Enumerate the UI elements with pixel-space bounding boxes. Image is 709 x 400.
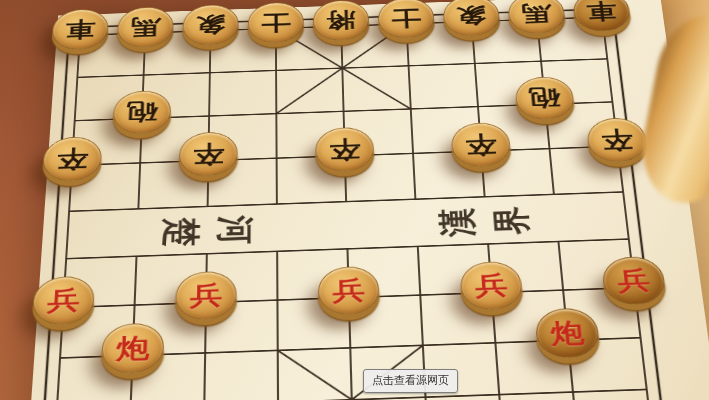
board-cell[interactable]: 炮 [530, 314, 607, 367]
black-piece-砲[interactable]: 砲 [112, 90, 171, 134]
board-cell[interactable]: 車 [46, 14, 114, 58]
black-piece-象[interactable]: 象 [182, 4, 239, 46]
piece-glyph: 卒 [193, 142, 225, 166]
board-cell[interactable] [607, 362, 687, 400]
board-cell[interactable]: 馬 [112, 11, 179, 55]
board-cell[interactable]: 馬 [503, 0, 572, 41]
source-link-button[interactable]: 点击查看源网页 [363, 369, 458, 393]
board-cell[interactable] [458, 316, 534, 370]
red-piece-兵[interactable]: 兵 [175, 271, 237, 321]
board-cell[interactable] [534, 365, 613, 400]
piece-glyph: 象 [196, 14, 226, 36]
black-piece-卒[interactable]: 卒 [450, 122, 512, 167]
red-piece-炮[interactable]: 炮 [534, 307, 601, 358]
board-cell[interactable] [386, 319, 461, 373]
river-char: 河 [208, 214, 259, 245]
piece-glyph: 兵 [46, 287, 80, 314]
board-cell[interactable] [242, 274, 314, 326]
red-piece-兵[interactable]: 兵 [601, 256, 668, 306]
board-cell[interactable] [243, 91, 311, 137]
red-piece-兵[interactable]: 兵 [459, 261, 524, 311]
board-cell[interactable]: 兵 [313, 272, 386, 324]
board-cell[interactable]: 砲 [510, 81, 581, 127]
black-piece-車[interactable]: 車 [51, 8, 109, 50]
board-grid: 車馬象士將士象馬車砲砲卒卒卒卒卒兵兵兵兵兵炮炮 [14, 0, 694, 400]
board-cell[interactable] [176, 50, 243, 95]
piece-glyph: 象 [456, 5, 487, 27]
board-cell[interactable] [513, 125, 586, 172]
board-cell[interactable] [461, 367, 539, 400]
board-cell[interactable]: 卒 [310, 132, 380, 180]
board-cell[interactable] [33, 187, 105, 236]
board-cell[interactable]: 卒 [36, 142, 107, 190]
board-cell[interactable] [375, 44, 443, 89]
board-cell[interactable]: 兵 [596, 262, 673, 314]
piece-glyph: 車 [65, 18, 96, 40]
piece-glyph: 馬 [521, 2, 553, 24]
board-cell[interactable] [572, 37, 643, 82]
board-cell[interactable] [602, 311, 681, 364]
board-cell[interactable] [241, 375, 315, 400]
black-piece-象[interactable]: 象 [442, 0, 501, 37]
black-piece-卒[interactable]: 卒 [315, 127, 375, 173]
board-cell[interactable] [378, 130, 449, 177]
board-cell[interactable]: 士 [243, 7, 309, 51]
piece-glyph: 炮 [116, 334, 150, 361]
board-cell[interactable]: 兵 [454, 267, 529, 319]
piece-glyph: 兵 [332, 277, 365, 304]
board-cell[interactable] [314, 321, 388, 375]
black-piece-馬[interactable]: 馬 [507, 0, 567, 34]
xiangqi-board: 楚 河 漢 界 車馬象士將士象馬車砲砲卒卒卒卒卒兵兵兵兵兵炮炮 [24, 0, 709, 400]
board-cell[interactable] [22, 331, 98, 385]
piece-glyph: 炮 [550, 319, 586, 346]
board-cell[interactable] [311, 177, 382, 226]
board-cell[interactable]: 象 [438, 0, 506, 44]
board-cell[interactable]: 卒 [174, 137, 243, 185]
black-piece-砲[interactable]: 砲 [514, 76, 576, 120]
board-cell[interactable] [242, 135, 311, 183]
red-piece-兵[interactable]: 兵 [31, 276, 95, 326]
photo-scene: 楚 河 漢 界 車馬象士將士象馬車砲砲卒卒卒卒卒兵兵兵兵兵炮炮 点击查看源网页 [0, 0, 709, 400]
black-piece-卒[interactable]: 卒 [179, 131, 238, 177]
board-cell[interactable] [43, 55, 112, 100]
board-cell[interactable] [168, 326, 241, 380]
board-cell[interactable]: 象 [177, 9, 243, 53]
board-cell[interactable]: 卒 [446, 127, 518, 174]
board-cell[interactable] [92, 380, 168, 400]
board-cell[interactable]: 將 [308, 4, 374, 48]
board-cell[interactable]: 士 [373, 2, 440, 46]
black-piece-士[interactable]: 士 [248, 2, 304, 44]
river-label-chu-he: 楚 河 [142, 207, 273, 254]
piece-glyph: 車 [585, 0, 617, 22]
piece-glyph: 士 [261, 11, 291, 33]
piece-glyph: 卒 [56, 147, 89, 171]
board-cell[interactable]: 砲 [107, 95, 176, 141]
red-piece-炮[interactable]: 炮 [101, 323, 165, 374]
board-cell[interactable] [309, 46, 376, 91]
board-cell[interactable] [241, 324, 314, 378]
red-piece-兵[interactable]: 兵 [318, 266, 380, 316]
piece-glyph: 兵 [474, 272, 508, 299]
river-char: 界 [485, 205, 538, 236]
board-cell[interactable] [105, 139, 175, 187]
board-cell[interactable]: 炮 [95, 329, 170, 383]
piece-glyph: 砲 [126, 100, 158, 124]
piece-glyph: 兵 [616, 267, 652, 293]
black-piece-卒[interactable]: 卒 [585, 117, 649, 162]
black-piece-將[interactable]: 將 [313, 0, 370, 41]
river-char: 楚 [154, 216, 206, 247]
piece-glyph: 砲 [528, 86, 561, 110]
board-cell[interactable]: 兵 [170, 277, 242, 329]
black-piece-車[interactable]: 車 [572, 0, 633, 32]
river-char: 漢 [431, 207, 484, 238]
piece-glyph: 兵 [190, 282, 223, 309]
board-cell[interactable] [384, 269, 458, 321]
board-cell[interactable]: 車 [567, 0, 637, 39]
board-cell[interactable] [243, 48, 310, 93]
piece-glyph: 士 [391, 7, 422, 29]
board-cell[interactable] [376, 86, 445, 132]
board-cell[interactable] [440, 41, 509, 86]
river-label-han-jie: 漢 界 [419, 198, 552, 245]
board-cell[interactable] [167, 377, 242, 400]
piece-glyph: 卒 [600, 128, 634, 152]
board-cell[interactable]: 兵 [26, 282, 100, 334]
black-piece-馬[interactable]: 馬 [117, 6, 174, 48]
board-cell[interactable] [18, 383, 95, 400]
black-piece-卒[interactable]: 卒 [42, 136, 103, 182]
black-piece-士[interactable]: 士 [377, 0, 435, 39]
piece-glyph: 將 [326, 9, 356, 31]
piece-glyph: 卒 [464, 132, 497, 156]
piece-glyph: 馬 [130, 16, 161, 38]
piece-glyph: 卒 [329, 137, 361, 161]
